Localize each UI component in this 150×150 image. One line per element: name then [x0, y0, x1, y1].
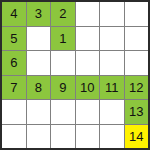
cell-r5c3[interactable] [76, 125, 100, 149]
cell-r1c4[interactable] [100, 27, 124, 51]
cell-r2c0[interactable]: 6 [2, 51, 26, 75]
cell-r1c1[interactable] [27, 27, 51, 51]
cell-r4c2[interactable] [51, 100, 75, 124]
cell-r1c0[interactable]: 5 [2, 27, 26, 51]
cell-r0c1[interactable]: 3 [27, 2, 51, 26]
cell-r0c3[interactable] [76, 2, 100, 26]
cell-r3c3[interactable]: 10 [76, 76, 100, 100]
cell-r5c2[interactable] [51, 125, 75, 149]
cell-r2c5[interactable] [125, 51, 149, 75]
cell-r0c4[interactable] [100, 2, 124, 26]
cell-r5c1[interactable] [27, 125, 51, 149]
cell-r2c1[interactable] [27, 51, 51, 75]
cell-r3c5[interactable]: 12 [125, 76, 149, 100]
cell-r5c4[interactable] [100, 125, 124, 149]
cell-r4c4[interactable] [100, 100, 124, 124]
cell-r5c0[interactable] [2, 125, 26, 149]
cell-r1c3[interactable] [76, 27, 100, 51]
number-path-board: 4325167891011121314 [0, 0, 150, 150]
cell-r1c5[interactable] [125, 27, 149, 51]
cell-r3c0[interactable]: 7 [2, 76, 26, 100]
cell-r3c1[interactable]: 8 [27, 76, 51, 100]
cell-r3c2[interactable]: 9 [51, 76, 75, 100]
cell-r5c5[interactable]: 14 [125, 125, 149, 149]
cell-r1c2[interactable]: 1 [51, 27, 75, 51]
cell-r0c2[interactable]: 2 [51, 2, 75, 26]
cell-r3c4[interactable]: 11 [100, 76, 124, 100]
cell-r4c1[interactable] [27, 100, 51, 124]
cell-r4c3[interactable] [76, 100, 100, 124]
cell-r4c0[interactable] [2, 100, 26, 124]
cell-r0c5[interactable] [125, 2, 149, 26]
cell-r2c4[interactable] [100, 51, 124, 75]
cell-r0c0[interactable]: 4 [2, 2, 26, 26]
cell-r2c3[interactable] [76, 51, 100, 75]
cell-r4c5[interactable]: 13 [125, 100, 149, 124]
cell-r2c2[interactable] [51, 51, 75, 75]
